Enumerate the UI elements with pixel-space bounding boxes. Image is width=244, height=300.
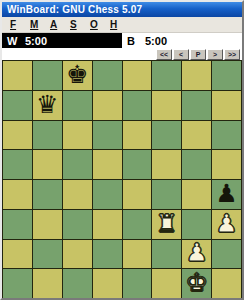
square-b4[interactable]	[33, 180, 62, 209]
square-a2[interactable]	[3, 240, 32, 269]
menu-item-action[interactable]: A	[50, 19, 70, 30]
menu-item-mode[interactable]: M	[30, 19, 50, 30]
menu-item-file[interactable]: F	[10, 19, 30, 30]
menu-item-step[interactable]: S	[70, 19, 90, 30]
square-b7[interactable]: ♛	[33, 91, 62, 120]
square-d1[interactable]	[93, 269, 122, 298]
white-clock: W 5:00	[2, 33, 122, 48]
square-a8[interactable]	[3, 61, 32, 90]
square-f2[interactable]	[152, 240, 181, 269]
black-clock: B 5:00	[122, 33, 242, 48]
square-e3[interactable]	[123, 210, 152, 239]
window-title: WinBoard: GNU Chess 5.07	[7, 4, 142, 15]
clock-row: W 5:00 B 5:00	[2, 33, 242, 48]
square-h7[interactable]	[212, 91, 241, 120]
square-c4[interactable]	[63, 180, 92, 209]
nav-back-button[interactable]: <	[173, 49, 189, 60]
square-e4[interactable]	[123, 180, 152, 209]
black-clock-label: B	[127, 35, 145, 47]
chess-board: ♚♛♟♜♟♟♚	[2, 60, 242, 299]
square-c5[interactable]	[63, 150, 92, 179]
square-b5[interactable]	[33, 150, 62, 179]
square-a4[interactable]	[3, 180, 32, 209]
square-b3[interactable]	[33, 210, 62, 239]
square-a1[interactable]	[3, 269, 32, 298]
square-c3[interactable]	[63, 210, 92, 239]
square-g5[interactable]	[182, 150, 211, 179]
square-d5[interactable]	[93, 150, 122, 179]
nav-pause-button[interactable]: P	[190, 49, 206, 60]
square-g3[interactable]	[182, 210, 211, 239]
square-e6[interactable]	[123, 121, 152, 150]
menu-item-options[interactable]: O	[90, 19, 110, 30]
square-f8[interactable]	[152, 61, 181, 90]
nav-rewind-button[interactable]: <<	[156, 49, 172, 60]
piece-white-pawn[interactable]: ♟	[185, 240, 207, 265]
square-d8[interactable]	[93, 61, 122, 90]
square-g8[interactable]	[182, 61, 211, 90]
menu-item-help[interactable]: H	[110, 19, 130, 30]
square-c7[interactable]	[63, 91, 92, 120]
square-a5[interactable]	[3, 150, 32, 179]
black-clock-time: 5:00	[145, 35, 167, 47]
square-h6[interactable]	[212, 121, 241, 150]
piece-white-pawn[interactable]: ♟	[215, 211, 237, 236]
square-h1[interactable]	[212, 269, 241, 298]
square-a7[interactable]	[3, 91, 32, 120]
square-f7[interactable]	[152, 91, 181, 120]
nav-toolbar: << < P > >>	[2, 48, 242, 60]
square-g1[interactable]: ♚	[182, 269, 211, 298]
square-h3[interactable]: ♟	[212, 210, 241, 239]
square-a6[interactable]	[3, 121, 32, 150]
piece-white-king[interactable]: ♚	[185, 270, 207, 295]
square-f1[interactable]	[152, 269, 181, 298]
square-h8[interactable]	[212, 61, 241, 90]
square-c6[interactable]	[63, 121, 92, 150]
square-b1[interactable]	[33, 269, 62, 298]
white-clock-time: 5:00	[25, 35, 47, 47]
square-f6[interactable]	[152, 121, 181, 150]
square-h4[interactable]: ♟	[212, 180, 241, 209]
white-clock-label: W	[7, 35, 25, 47]
square-g7[interactable]	[182, 91, 211, 120]
square-g6[interactable]	[182, 121, 211, 150]
square-b6[interactable]	[33, 121, 62, 150]
square-b8[interactable]	[33, 61, 62, 90]
title-bar[interactable]: WinBoard: GNU Chess 5.07	[2, 2, 242, 17]
square-d3[interactable]	[93, 210, 122, 239]
square-c8[interactable]: ♚	[63, 61, 92, 90]
winboard-window: WinBoard: GNU Chess 5.07 F M A S O H W 5…	[0, 0, 244, 300]
square-f4[interactable]	[152, 180, 181, 209]
square-d4[interactable]	[93, 180, 122, 209]
square-f5[interactable]	[152, 150, 181, 179]
square-h5[interactable]	[212, 150, 241, 179]
square-f3[interactable]: ♜	[152, 210, 181, 239]
piece-black-pawn[interactable]: ♟	[215, 181, 237, 206]
piece-black-queen[interactable]: ♛	[36, 92, 58, 117]
square-a3[interactable]	[3, 210, 32, 239]
square-e2[interactable]	[123, 240, 152, 269]
square-e1[interactable]	[123, 269, 152, 298]
square-d7[interactable]	[93, 91, 122, 120]
piece-black-king[interactable]: ♚	[66, 62, 88, 87]
square-c2[interactable]	[63, 240, 92, 269]
square-e5[interactable]	[123, 150, 152, 179]
square-h2[interactable]	[212, 240, 241, 269]
square-c1[interactable]	[63, 269, 92, 298]
menu-bar: F M A S O H	[2, 17, 242, 33]
square-d6[interactable]	[93, 121, 122, 150]
square-g4[interactable]	[182, 180, 211, 209]
nav-fastforward-button[interactable]: >>	[224, 49, 240, 60]
square-b2[interactable]	[33, 240, 62, 269]
square-e7[interactable]	[123, 91, 152, 120]
square-d2[interactable]	[93, 240, 122, 269]
square-e8[interactable]	[123, 61, 152, 90]
square-g2[interactable]: ♟	[182, 240, 211, 269]
nav-forward-button[interactable]: >	[207, 49, 223, 60]
piece-white-rook[interactable]: ♜	[156, 211, 178, 236]
